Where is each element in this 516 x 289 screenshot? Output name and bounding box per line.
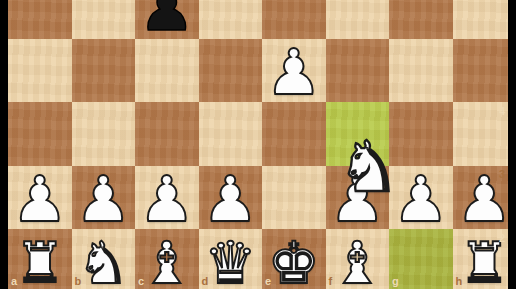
- square-d4[interactable]: [199, 39, 263, 103]
- square-c2[interactable]: ♟: [135, 166, 199, 230]
- square-e5[interactable]: [262, 0, 326, 39]
- square-c4[interactable]: [135, 39, 199, 103]
- square-a5[interactable]: [8, 0, 72, 39]
- piece-white-knight-f3[interactable]: ♞: [330, 129, 406, 205]
- square-d5[interactable]: [199, 0, 263, 39]
- square-e1[interactable]: ♚: [262, 229, 326, 289]
- square-e4[interactable]: ♟: [262, 39, 326, 103]
- file-label-b: b: [75, 275, 82, 287]
- square-b3[interactable]: [72, 102, 136, 166]
- square-h3[interactable]: [453, 102, 516, 166]
- square-h2[interactable]: ♟: [453, 166, 516, 230]
- square-a2[interactable]: ♟: [8, 166, 72, 230]
- square-f5[interactable]: [326, 0, 390, 39]
- square-h4[interactable]: [453, 39, 516, 103]
- piece-white-pawn-e4[interactable]: ♟: [262, 41, 326, 105]
- piece-white-rook-a1[interactable]: ♜: [8, 231, 72, 289]
- piece-white-pawn-c2[interactable]: ♟: [135, 168, 199, 232]
- rank-label-3: 3: [499, 168, 505, 180]
- square-c5[interactable]: ♟: [135, 0, 199, 39]
- piece-white-pawn-b2[interactable]: ♟: [72, 168, 136, 232]
- square-e2[interactable]: [262, 166, 326, 230]
- square-b4[interactable]: [72, 39, 136, 103]
- square-g5[interactable]: [389, 0, 453, 39]
- piece-white-bishop-c1[interactable]: ♝: [135, 231, 199, 289]
- square-e3[interactable]: [262, 102, 326, 166]
- piece-white-pawn-d2[interactable]: ♟: [199, 168, 263, 232]
- square-a3[interactable]: [8, 102, 72, 166]
- letterbox-bar-right: [508, 0, 516, 289]
- file-label-g: g: [392, 275, 399, 287]
- square-a4[interactable]: [8, 39, 72, 103]
- file-label-h: h: [456, 275, 463, 287]
- square-b2[interactable]: ♟: [72, 166, 136, 230]
- file-label-c: c: [138, 275, 144, 287]
- square-a1[interactable]: ♜: [8, 229, 72, 289]
- piece-white-king-e1[interactable]: ♚: [262, 231, 326, 289]
- square-g4[interactable]: [389, 39, 453, 103]
- file-label-d: d: [202, 275, 209, 287]
- piece-white-bishop-f1[interactable]: ♝: [326, 231, 390, 289]
- piece-black-pawn-c5[interactable]: ♟: [135, 0, 199, 41]
- square-f4[interactable]: [326, 39, 390, 103]
- piece-white-pawn-a2[interactable]: ♟: [8, 168, 72, 232]
- file-label-f: f: [329, 275, 333, 287]
- square-d3[interactable]: [199, 102, 263, 166]
- piece-white-pawn-h2[interactable]: ♟: [453, 168, 516, 232]
- chessboard: ♟♟♞♟♟♟♟♟♟♟♜♞♝♛♚♝♜: [8, 0, 516, 289]
- file-label-a: a: [11, 275, 17, 287]
- square-f1[interactable]: ♝: [326, 229, 390, 289]
- square-h5[interactable]: [453, 0, 516, 39]
- square-c3[interactable]: [135, 102, 199, 166]
- file-label-e: e: [265, 275, 271, 287]
- square-b5[interactable]: [72, 0, 136, 39]
- letterbox-bar-left: [0, 0, 8, 289]
- square-f3[interactable]: ♞: [326, 102, 390, 166]
- rank-label-2: 2: [499, 232, 505, 244]
- square-d2[interactable]: ♟: [199, 166, 263, 230]
- rank-label-4: 4: [499, 105, 505, 117]
- video-frame: ♟♟♞♟♟♟♟♟♟♟♜♞♝♛♚♝♜ abcdefgh4321: [0, 0, 516, 289]
- square-c1[interactable]: ♝: [135, 229, 199, 289]
